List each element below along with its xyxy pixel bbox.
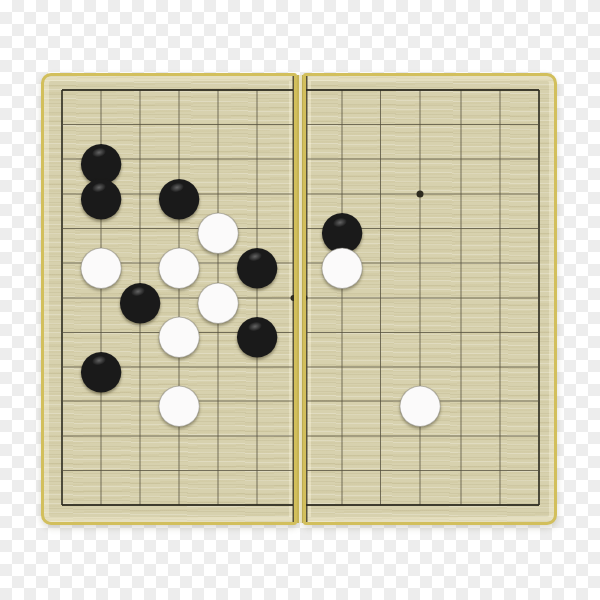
white-stone[interactable]: ● <box>199 279 237 317</box>
black-stone[interactable]: ● <box>160 175 198 213</box>
black-stone[interactable]: ● <box>121 279 159 317</box>
transparent-checkerboard-background: ●●●●●●●●●●●●●●●● <box>0 0 600 600</box>
white-stone[interactable]: ● <box>160 382 198 420</box>
white-stone[interactable]: ● <box>199 210 237 248</box>
black-stone[interactable]: ● <box>238 314 276 352</box>
white-stone[interactable]: ● <box>323 244 361 282</box>
white-stone[interactable]: ● <box>82 244 120 282</box>
black-stone[interactable]: ● <box>82 175 120 213</box>
white-stone[interactable]: ● <box>160 314 198 352</box>
stones-layer: ●●●●●●●●●●●●●●●● <box>41 73 557 525</box>
go-board: ●●●●●●●●●●●●●●●● <box>41 73 557 525</box>
black-stone[interactable]: ● <box>82 348 120 386</box>
black-stone[interactable]: ● <box>238 244 276 282</box>
white-stone[interactable]: ● <box>160 244 198 282</box>
white-stone[interactable]: ● <box>401 382 439 420</box>
